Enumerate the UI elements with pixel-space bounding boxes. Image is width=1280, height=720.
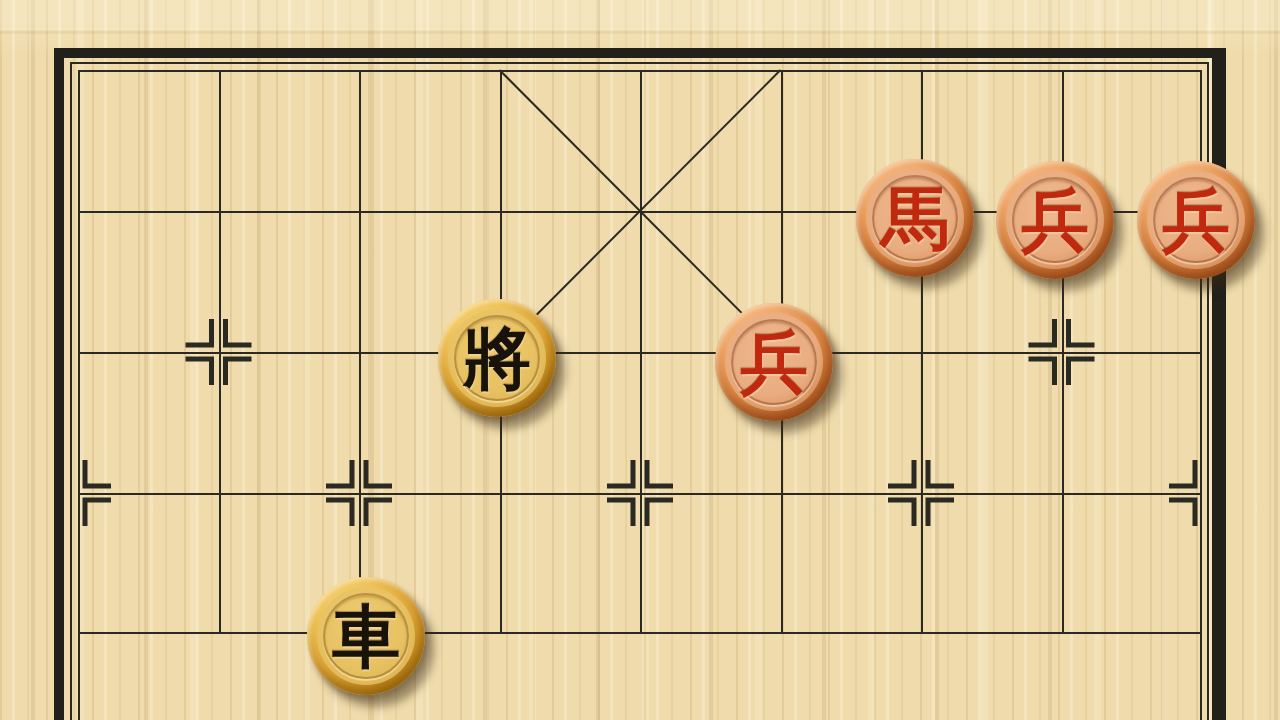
piece-black-general[interactable]: 將 <box>438 299 556 417</box>
board-cell <box>640 493 781 634</box>
piece-character: 將 <box>463 324 531 392</box>
board-background: 馬兵兵將兵車 <box>0 0 1280 720</box>
board-cell <box>219 70 360 211</box>
piece-character: 兵 <box>1162 186 1230 254</box>
board-cell <box>219 352 360 493</box>
board-cell <box>921 493 1062 634</box>
piece-black-chariot[interactable]: 車 <box>307 577 425 695</box>
board-cell <box>640 70 781 211</box>
piece-red-horse[interactable]: 馬 <box>856 159 974 277</box>
board-cell <box>78 211 219 352</box>
board-cell <box>78 493 219 634</box>
piece-character: 馬 <box>881 184 949 252</box>
piece-character: 車 <box>332 602 400 670</box>
board-cell <box>219 211 360 352</box>
board-cell <box>1062 493 1203 634</box>
piece-red-soldier-c[interactable]: 兵 <box>715 303 833 421</box>
board-cell <box>359 70 500 211</box>
piece-red-soldier-a[interactable]: 兵 <box>996 161 1114 279</box>
piece-character: 兵 <box>1021 186 1089 254</box>
board-cell <box>500 493 641 634</box>
piece-character: 兵 <box>740 328 808 396</box>
board-cell <box>78 70 219 211</box>
board-grid[interactable] <box>78 70 1202 634</box>
river-area <box>78 634 1202 720</box>
board-cell <box>781 493 922 634</box>
board-cell <box>1062 352 1203 493</box>
board-cell <box>78 352 219 493</box>
board-cell <box>500 70 641 211</box>
piece-red-soldier-b[interactable]: 兵 <box>1137 161 1255 279</box>
board-cell <box>921 352 1062 493</box>
